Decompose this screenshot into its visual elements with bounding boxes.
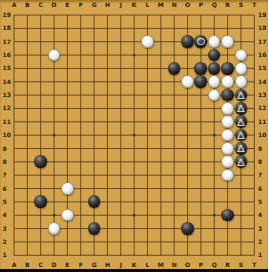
intersection-H4[interactable] bbox=[101, 208, 114, 221]
intersection-J5[interactable] bbox=[114, 195, 127, 208]
intersection-B16[interactable] bbox=[21, 48, 34, 61]
intersection-E7[interactable] bbox=[61, 168, 74, 181]
intersection-O9[interactable] bbox=[181, 142, 194, 155]
intersection-C14[interactable] bbox=[34, 75, 47, 88]
intersection-S17[interactable] bbox=[234, 35, 247, 48]
intersection-L2[interactable] bbox=[141, 235, 154, 248]
intersection-R14[interactable] bbox=[221, 75, 234, 88]
intersection-S16[interactable] bbox=[234, 48, 247, 61]
intersection-M14[interactable] bbox=[154, 75, 167, 88]
intersection-B7[interactable] bbox=[21, 168, 34, 181]
intersection-H19[interactable] bbox=[101, 8, 114, 21]
intersection-S10[interactable]: △ bbox=[234, 128, 247, 141]
intersection-E16[interactable] bbox=[61, 48, 74, 61]
intersection-R7[interactable] bbox=[221, 168, 234, 181]
intersection-D8[interactable] bbox=[47, 155, 60, 168]
intersection-R13[interactable] bbox=[221, 88, 234, 101]
intersection-G19[interactable] bbox=[87, 8, 100, 21]
intersection-S19[interactable] bbox=[234, 8, 247, 21]
intersection-C16[interactable] bbox=[34, 48, 47, 61]
intersection-M15[interactable] bbox=[154, 62, 167, 75]
intersection-A13[interactable] bbox=[7, 88, 20, 101]
intersection-E19[interactable] bbox=[61, 8, 74, 21]
intersection-G17[interactable] bbox=[87, 35, 100, 48]
intersection-K11[interactable] bbox=[127, 115, 140, 128]
intersection-T1[interactable] bbox=[247, 248, 260, 261]
intersection-D2[interactable] bbox=[47, 235, 60, 248]
intersection-O5[interactable] bbox=[181, 195, 194, 208]
intersection-G2[interactable] bbox=[87, 235, 100, 248]
intersection-L12[interactable] bbox=[141, 102, 154, 115]
intersection-L19[interactable] bbox=[141, 8, 154, 21]
intersection-K16[interactable] bbox=[127, 48, 140, 61]
intersection-Q14[interactable] bbox=[207, 75, 220, 88]
intersection-F9[interactable] bbox=[74, 142, 87, 155]
intersection-T12[interactable] bbox=[247, 102, 260, 115]
intersection-N19[interactable] bbox=[167, 8, 180, 21]
intersection-S7[interactable] bbox=[234, 168, 247, 181]
intersection-P12[interactable] bbox=[194, 102, 207, 115]
intersection-B9[interactable] bbox=[21, 142, 34, 155]
intersection-D9[interactable] bbox=[47, 142, 60, 155]
intersection-E10[interactable] bbox=[61, 128, 74, 141]
intersection-L9[interactable] bbox=[141, 142, 154, 155]
intersection-M17[interactable] bbox=[154, 35, 167, 48]
intersection-L18[interactable] bbox=[141, 22, 154, 35]
intersection-M2[interactable] bbox=[154, 235, 167, 248]
intersection-M16[interactable] bbox=[154, 48, 167, 61]
intersection-J12[interactable] bbox=[114, 102, 127, 115]
intersection-A18[interactable] bbox=[7, 22, 20, 35]
intersection-H16[interactable] bbox=[101, 48, 114, 61]
intersection-R2[interactable] bbox=[221, 235, 234, 248]
intersection-N18[interactable] bbox=[167, 22, 180, 35]
intersection-G5[interactable] bbox=[87, 195, 100, 208]
intersection-B5[interactable] bbox=[21, 195, 34, 208]
intersection-K13[interactable] bbox=[127, 88, 140, 101]
intersection-B6[interactable] bbox=[21, 182, 34, 195]
intersection-N4[interactable] bbox=[167, 208, 180, 221]
intersection-P18[interactable] bbox=[194, 22, 207, 35]
intersection-S13[interactable]: △ bbox=[234, 88, 247, 101]
intersection-N9[interactable] bbox=[167, 142, 180, 155]
intersection-C11[interactable] bbox=[34, 115, 47, 128]
intersection-G1[interactable] bbox=[87, 248, 100, 261]
intersection-M1[interactable] bbox=[154, 248, 167, 261]
intersection-K6[interactable] bbox=[127, 182, 140, 195]
intersection-J15[interactable] bbox=[114, 62, 127, 75]
intersection-H9[interactable] bbox=[101, 142, 114, 155]
intersection-K8[interactable] bbox=[127, 155, 140, 168]
intersection-O2[interactable] bbox=[181, 235, 194, 248]
intersection-J18[interactable] bbox=[114, 22, 127, 35]
intersection-F18[interactable] bbox=[74, 22, 87, 35]
intersection-D3[interactable] bbox=[47, 222, 60, 235]
intersection-R10[interactable] bbox=[221, 128, 234, 141]
intersection-Q8[interactable] bbox=[207, 155, 220, 168]
intersection-L6[interactable] bbox=[141, 182, 154, 195]
intersection-T6[interactable] bbox=[247, 182, 260, 195]
intersection-K5[interactable] bbox=[127, 195, 140, 208]
intersection-G3[interactable] bbox=[87, 222, 100, 235]
intersection-A4[interactable] bbox=[7, 208, 20, 221]
intersection-A14[interactable] bbox=[7, 75, 20, 88]
intersection-H15[interactable] bbox=[101, 62, 114, 75]
intersection-G16[interactable] bbox=[87, 48, 100, 61]
intersection-O1[interactable] bbox=[181, 248, 194, 261]
intersection-H11[interactable] bbox=[101, 115, 114, 128]
intersection-S12[interactable]: △ bbox=[234, 102, 247, 115]
intersection-P6[interactable] bbox=[194, 182, 207, 195]
intersection-R4[interactable] bbox=[221, 208, 234, 221]
intersection-F3[interactable] bbox=[74, 222, 87, 235]
intersection-T17[interactable] bbox=[247, 35, 260, 48]
intersection-F19[interactable] bbox=[74, 8, 87, 21]
intersection-F6[interactable] bbox=[74, 182, 87, 195]
intersection-N14[interactable] bbox=[167, 75, 180, 88]
intersection-B3[interactable] bbox=[21, 222, 34, 235]
intersection-D19[interactable] bbox=[47, 8, 60, 21]
intersection-N8[interactable] bbox=[167, 155, 180, 168]
intersection-J17[interactable] bbox=[114, 35, 127, 48]
intersection-B12[interactable] bbox=[21, 102, 34, 115]
intersection-D17[interactable] bbox=[47, 35, 60, 48]
intersection-J3[interactable] bbox=[114, 222, 127, 235]
intersection-K2[interactable] bbox=[127, 235, 140, 248]
intersection-J19[interactable] bbox=[114, 8, 127, 21]
intersection-F2[interactable] bbox=[74, 235, 87, 248]
intersection-H13[interactable] bbox=[101, 88, 114, 101]
intersection-R8[interactable] bbox=[221, 155, 234, 168]
intersection-S15[interactable] bbox=[234, 62, 247, 75]
intersection-Q4[interactable] bbox=[207, 208, 220, 221]
intersection-K7[interactable] bbox=[127, 168, 140, 181]
intersection-C18[interactable] bbox=[34, 22, 47, 35]
intersection-A2[interactable] bbox=[7, 235, 20, 248]
intersection-E5[interactable] bbox=[61, 195, 74, 208]
intersection-B8[interactable] bbox=[21, 155, 34, 168]
intersection-M10[interactable] bbox=[154, 128, 167, 141]
intersection-Q15[interactable] bbox=[207, 62, 220, 75]
intersection-P2[interactable] bbox=[194, 235, 207, 248]
intersection-C15[interactable] bbox=[34, 62, 47, 75]
intersection-M13[interactable] bbox=[154, 88, 167, 101]
intersection-C2[interactable] bbox=[34, 235, 47, 248]
intersection-O12[interactable] bbox=[181, 102, 194, 115]
intersection-T16[interactable] bbox=[247, 48, 260, 61]
intersection-S14[interactable] bbox=[234, 75, 247, 88]
intersection-N16[interactable] bbox=[167, 48, 180, 61]
intersection-D14[interactable] bbox=[47, 75, 60, 88]
intersection-K4[interactable] bbox=[127, 208, 140, 221]
intersection-S1[interactable] bbox=[234, 248, 247, 261]
intersection-D18[interactable] bbox=[47, 22, 60, 35]
intersection-G13[interactable] bbox=[87, 88, 100, 101]
intersection-G11[interactable] bbox=[87, 115, 100, 128]
intersection-O17[interactable] bbox=[181, 35, 194, 48]
intersection-S2[interactable] bbox=[234, 235, 247, 248]
intersection-A15[interactable] bbox=[7, 62, 20, 75]
intersection-F7[interactable] bbox=[74, 168, 87, 181]
intersection-A10[interactable] bbox=[7, 128, 20, 141]
intersection-Q3[interactable] bbox=[207, 222, 220, 235]
intersection-H10[interactable] bbox=[101, 128, 114, 141]
intersection-P15[interactable] bbox=[194, 62, 207, 75]
intersection-R1[interactable] bbox=[221, 248, 234, 261]
intersection-E8[interactable] bbox=[61, 155, 74, 168]
intersection-F5[interactable] bbox=[74, 195, 87, 208]
intersection-Q16[interactable] bbox=[207, 48, 220, 61]
intersection-M8[interactable] bbox=[154, 155, 167, 168]
intersection-F4[interactable] bbox=[74, 208, 87, 221]
intersection-H8[interactable] bbox=[101, 155, 114, 168]
intersection-G18[interactable] bbox=[87, 22, 100, 35]
intersection-E14[interactable] bbox=[61, 75, 74, 88]
intersection-E15[interactable] bbox=[61, 62, 74, 75]
intersection-J14[interactable] bbox=[114, 75, 127, 88]
intersection-L7[interactable] bbox=[141, 168, 154, 181]
intersection-T4[interactable] bbox=[247, 208, 260, 221]
intersection-O6[interactable] bbox=[181, 182, 194, 195]
intersection-A6[interactable] bbox=[7, 182, 20, 195]
intersection-T3[interactable] bbox=[247, 222, 260, 235]
intersection-C8[interactable] bbox=[34, 155, 47, 168]
intersection-M19[interactable] bbox=[154, 8, 167, 21]
intersection-D4[interactable] bbox=[47, 208, 60, 221]
intersection-R19[interactable] bbox=[221, 8, 234, 21]
intersection-C7[interactable] bbox=[34, 168, 47, 181]
intersection-A8[interactable] bbox=[7, 155, 20, 168]
intersection-Q19[interactable] bbox=[207, 8, 220, 21]
intersection-B14[interactable] bbox=[21, 75, 34, 88]
intersection-M6[interactable] bbox=[154, 182, 167, 195]
intersection-T10[interactable] bbox=[247, 128, 260, 141]
intersection-P16[interactable] bbox=[194, 48, 207, 61]
intersection-M18[interactable] bbox=[154, 22, 167, 35]
intersection-M9[interactable] bbox=[154, 142, 167, 155]
intersection-C12[interactable] bbox=[34, 102, 47, 115]
intersection-J4[interactable] bbox=[114, 208, 127, 221]
intersection-T18[interactable] bbox=[247, 22, 260, 35]
intersection-Q1[interactable] bbox=[207, 248, 220, 261]
intersection-N1[interactable] bbox=[167, 248, 180, 261]
intersection-M11[interactable] bbox=[154, 115, 167, 128]
intersection-D5[interactable] bbox=[47, 195, 60, 208]
intersection-M5[interactable] bbox=[154, 195, 167, 208]
intersection-A7[interactable] bbox=[7, 168, 20, 181]
intersection-F11[interactable] bbox=[74, 115, 87, 128]
intersection-R9[interactable] bbox=[221, 142, 234, 155]
intersection-F12[interactable] bbox=[74, 102, 87, 115]
intersection-B11[interactable] bbox=[21, 115, 34, 128]
intersection-H17[interactable] bbox=[101, 35, 114, 48]
intersection-K15[interactable] bbox=[127, 62, 140, 75]
intersection-P1[interactable] bbox=[194, 248, 207, 261]
intersection-D7[interactable] bbox=[47, 168, 60, 181]
intersection-E13[interactable] bbox=[61, 88, 74, 101]
intersection-P9[interactable] bbox=[194, 142, 207, 155]
intersection-C9[interactable] bbox=[34, 142, 47, 155]
intersection-H18[interactable] bbox=[101, 22, 114, 35]
intersection-D16[interactable] bbox=[47, 48, 60, 61]
intersection-J11[interactable] bbox=[114, 115, 127, 128]
intersection-F1[interactable] bbox=[74, 248, 87, 261]
intersection-J9[interactable] bbox=[114, 142, 127, 155]
intersection-C5[interactable] bbox=[34, 195, 47, 208]
intersection-K14[interactable] bbox=[127, 75, 140, 88]
intersection-F15[interactable] bbox=[74, 62, 87, 75]
intersection-G7[interactable] bbox=[87, 168, 100, 181]
intersection-M12[interactable] bbox=[154, 102, 167, 115]
intersection-C10[interactable] bbox=[34, 128, 47, 141]
intersection-S3[interactable] bbox=[234, 222, 247, 235]
intersection-T19[interactable] bbox=[247, 8, 260, 21]
intersection-K1[interactable] bbox=[127, 248, 140, 261]
intersection-N2[interactable] bbox=[167, 235, 180, 248]
intersection-E2[interactable] bbox=[61, 235, 74, 248]
intersection-F13[interactable] bbox=[74, 88, 87, 101]
intersection-P8[interactable] bbox=[194, 155, 207, 168]
intersection-A9[interactable] bbox=[7, 142, 20, 155]
intersection-O13[interactable] bbox=[181, 88, 194, 101]
intersection-S5[interactable] bbox=[234, 195, 247, 208]
intersection-R3[interactable] bbox=[221, 222, 234, 235]
intersection-N6[interactable] bbox=[167, 182, 180, 195]
intersection-B19[interactable] bbox=[21, 8, 34, 21]
intersection-R16[interactable] bbox=[221, 48, 234, 61]
intersection-C4[interactable] bbox=[34, 208, 47, 221]
intersection-Q12[interactable] bbox=[207, 102, 220, 115]
intersection-T14[interactable] bbox=[247, 75, 260, 88]
intersection-O19[interactable] bbox=[181, 8, 194, 21]
intersection-C6[interactable] bbox=[34, 182, 47, 195]
intersection-C13[interactable] bbox=[34, 88, 47, 101]
intersection-L1[interactable] bbox=[141, 248, 154, 261]
intersection-J1[interactable] bbox=[114, 248, 127, 261]
intersection-H6[interactable] bbox=[101, 182, 114, 195]
intersection-B13[interactable] bbox=[21, 88, 34, 101]
intersection-G15[interactable] bbox=[87, 62, 100, 75]
intersection-E3[interactable] bbox=[61, 222, 74, 235]
intersection-L5[interactable] bbox=[141, 195, 154, 208]
intersection-T13[interactable] bbox=[247, 88, 260, 101]
intersection-S4[interactable] bbox=[234, 208, 247, 221]
intersection-B18[interactable] bbox=[21, 22, 34, 35]
intersection-Q7[interactable] bbox=[207, 168, 220, 181]
intersection-K9[interactable] bbox=[127, 142, 140, 155]
intersection-E6[interactable] bbox=[61, 182, 74, 195]
intersection-J6[interactable] bbox=[114, 182, 127, 195]
intersection-J13[interactable] bbox=[114, 88, 127, 101]
intersection-O15[interactable] bbox=[181, 62, 194, 75]
intersection-H5[interactable] bbox=[101, 195, 114, 208]
intersection-C3[interactable] bbox=[34, 222, 47, 235]
intersection-L14[interactable] bbox=[141, 75, 154, 88]
intersection-T15[interactable] bbox=[247, 62, 260, 75]
intersection-L8[interactable] bbox=[141, 155, 154, 168]
intersection-D10[interactable] bbox=[47, 128, 60, 141]
intersection-L17[interactable] bbox=[141, 35, 154, 48]
intersection-Q10[interactable] bbox=[207, 128, 220, 141]
intersection-R17[interactable] bbox=[221, 35, 234, 48]
intersection-N5[interactable] bbox=[167, 195, 180, 208]
intersection-P17[interactable] bbox=[194, 35, 207, 48]
intersection-Q5[interactable] bbox=[207, 195, 220, 208]
intersection-P14[interactable] bbox=[194, 75, 207, 88]
intersection-E18[interactable] bbox=[61, 22, 74, 35]
intersection-Q2[interactable] bbox=[207, 235, 220, 248]
intersection-T2[interactable] bbox=[247, 235, 260, 248]
intersection-A5[interactable] bbox=[7, 195, 20, 208]
intersection-O11[interactable] bbox=[181, 115, 194, 128]
intersection-D1[interactable] bbox=[47, 248, 60, 261]
intersection-Q13[interactable] bbox=[207, 88, 220, 101]
intersection-F17[interactable] bbox=[74, 35, 87, 48]
intersection-B1[interactable] bbox=[21, 248, 34, 261]
intersection-S18[interactable] bbox=[234, 22, 247, 35]
intersection-L4[interactable] bbox=[141, 208, 154, 221]
intersection-G6[interactable] bbox=[87, 182, 100, 195]
intersection-N12[interactable] bbox=[167, 102, 180, 115]
intersection-N7[interactable] bbox=[167, 168, 180, 181]
intersection-G14[interactable] bbox=[87, 75, 100, 88]
intersection-Q11[interactable] bbox=[207, 115, 220, 128]
intersection-D15[interactable] bbox=[47, 62, 60, 75]
intersection-F8[interactable] bbox=[74, 155, 87, 168]
intersection-E4[interactable] bbox=[61, 208, 74, 221]
intersection-T9[interactable] bbox=[247, 142, 260, 155]
intersection-G9[interactable] bbox=[87, 142, 100, 155]
intersection-M7[interactable] bbox=[154, 168, 167, 181]
intersection-H12[interactable] bbox=[101, 102, 114, 115]
intersection-D12[interactable] bbox=[47, 102, 60, 115]
intersection-S11[interactable]: △ bbox=[234, 115, 247, 128]
intersection-O16[interactable] bbox=[181, 48, 194, 61]
intersection-L3[interactable] bbox=[141, 222, 154, 235]
intersection-S8[interactable]: △ bbox=[234, 155, 247, 168]
intersection-K12[interactable] bbox=[127, 102, 140, 115]
intersection-R15[interactable] bbox=[221, 62, 234, 75]
intersection-N3[interactable] bbox=[167, 222, 180, 235]
intersection-O4[interactable] bbox=[181, 208, 194, 221]
intersection-E12[interactable] bbox=[61, 102, 74, 115]
intersection-F14[interactable] bbox=[74, 75, 87, 88]
intersection-A1[interactable] bbox=[7, 248, 20, 261]
intersection-J8[interactable] bbox=[114, 155, 127, 168]
intersection-A17[interactable] bbox=[7, 35, 20, 48]
intersection-P5[interactable] bbox=[194, 195, 207, 208]
intersection-E9[interactable] bbox=[61, 142, 74, 155]
intersection-F16[interactable] bbox=[74, 48, 87, 61]
intersection-L16[interactable] bbox=[141, 48, 154, 61]
intersection-N10[interactable] bbox=[167, 128, 180, 141]
intersection-F10[interactable] bbox=[74, 128, 87, 141]
intersection-T5[interactable] bbox=[247, 195, 260, 208]
intersection-Q18[interactable] bbox=[207, 22, 220, 35]
intersection-E1[interactable] bbox=[61, 248, 74, 261]
intersection-A12[interactable] bbox=[7, 102, 20, 115]
intersection-N11[interactable] bbox=[167, 115, 180, 128]
intersection-G10[interactable] bbox=[87, 128, 100, 141]
intersection-J10[interactable] bbox=[114, 128, 127, 141]
intersection-T8[interactable] bbox=[247, 155, 260, 168]
intersection-K17[interactable] bbox=[127, 35, 140, 48]
intersection-P10[interactable] bbox=[194, 128, 207, 141]
intersection-O14[interactable] bbox=[181, 75, 194, 88]
intersection-A11[interactable] bbox=[7, 115, 20, 128]
intersection-E17[interactable] bbox=[61, 35, 74, 48]
intersection-N13[interactable] bbox=[167, 88, 180, 101]
